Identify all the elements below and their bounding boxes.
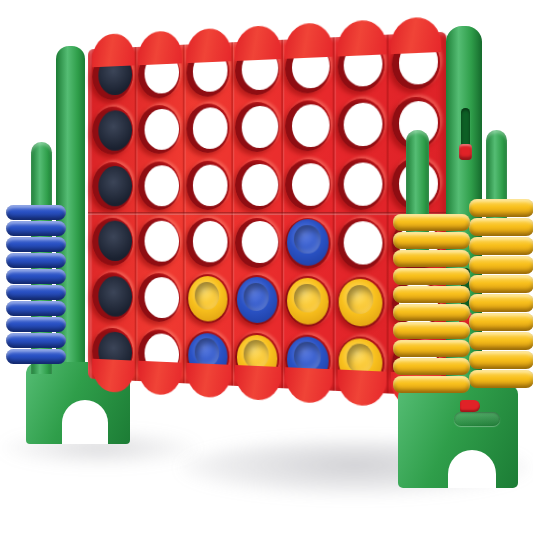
cell-r4-c6 bbox=[335, 214, 388, 274]
empty-hole bbox=[285, 159, 330, 210]
hole-opening bbox=[98, 221, 131, 262]
cell-r3-c1 bbox=[91, 158, 137, 214]
empty-hole bbox=[139, 218, 181, 267]
empty-hole bbox=[92, 162, 133, 210]
yellow-ring bbox=[393, 268, 470, 285]
hole-opening bbox=[344, 162, 382, 206]
yellow-ring bbox=[469, 275, 533, 293]
cell-r5-c3 bbox=[184, 270, 233, 328]
hole-opening bbox=[145, 277, 179, 319]
blue-disc bbox=[235, 275, 279, 326]
blue-ring bbox=[6, 317, 66, 332]
hole-opening bbox=[193, 164, 228, 206]
blue-ring bbox=[6, 205, 66, 220]
cell-r2-c5 bbox=[283, 96, 335, 156]
blue-ring bbox=[6, 333, 66, 348]
yellow-ring bbox=[469, 370, 533, 388]
left-blue-rings bbox=[6, 204, 66, 364]
hole-opening bbox=[193, 107, 228, 149]
empty-hole bbox=[92, 273, 133, 322]
yellow-ring bbox=[393, 304, 470, 321]
board-bottom-scallop bbox=[139, 361, 183, 396]
board-top-scallop bbox=[337, 19, 386, 56]
cell-r3-c6 bbox=[335, 154, 388, 214]
cell-r5-c6 bbox=[335, 273, 388, 334]
hole-opening bbox=[98, 110, 131, 151]
board-bottom-scallop bbox=[92, 359, 134, 394]
yellow-disc-face bbox=[287, 278, 329, 326]
board-top-scallop bbox=[139, 30, 183, 65]
yellow-ring bbox=[393, 358, 470, 375]
hole-opening bbox=[292, 104, 329, 148]
right-rear-yellow-rings bbox=[469, 198, 533, 388]
cell-r5-c4 bbox=[233, 271, 283, 330]
yellow-disc bbox=[337, 277, 384, 330]
blue-ring bbox=[6, 301, 66, 316]
red-latch-clip bbox=[460, 400, 480, 412]
board-bottom-scallop bbox=[235, 365, 281, 401]
disc-dome bbox=[294, 283, 320, 313]
empty-hole bbox=[92, 218, 133, 266]
cell-r4-c2 bbox=[137, 214, 184, 270]
blue-disc-face bbox=[287, 219, 329, 266]
blue-ring bbox=[6, 221, 66, 236]
empty-hole bbox=[139, 105, 181, 155]
board-top-scallop bbox=[285, 22, 333, 59]
blue-ring bbox=[6, 269, 66, 284]
blue-disc bbox=[285, 218, 330, 269]
disc-dome bbox=[294, 225, 320, 254]
yellow-disc bbox=[186, 274, 229, 324]
cell-r5-c1 bbox=[91, 269, 137, 325]
cell-r5-c5 bbox=[283, 272, 335, 332]
yellow-ring bbox=[469, 199, 533, 217]
board-top-scallop bbox=[186, 27, 231, 63]
empty-hole bbox=[235, 218, 279, 268]
cell-r3-c3 bbox=[184, 157, 233, 214]
yellow-ring bbox=[469, 256, 533, 274]
empty-hole bbox=[285, 100, 330, 152]
cell-r4-c1 bbox=[91, 214, 137, 270]
cell-r4-c5 bbox=[283, 214, 335, 273]
hole-opening bbox=[242, 105, 278, 148]
yellow-ring bbox=[393, 250, 470, 267]
yellow-ring bbox=[393, 286, 470, 303]
cell-r3-c5 bbox=[283, 155, 335, 214]
cell-r2-c4 bbox=[233, 98, 283, 157]
hole-opening bbox=[98, 165, 131, 206]
yellow-disc-face bbox=[339, 278, 382, 326]
hole-opening bbox=[344, 102, 382, 146]
blue-disc-face bbox=[237, 277, 278, 324]
board-top-scallop bbox=[391, 16, 441, 54]
empty-hole bbox=[235, 160, 279, 210]
embossed-logo bbox=[454, 412, 500, 426]
blue-ring bbox=[6, 349, 66, 364]
cell-r5-c2 bbox=[137, 270, 184, 327]
right-front-yellow-rings bbox=[393, 213, 470, 393]
empty-hole bbox=[235, 102, 279, 153]
yellow-ring bbox=[393, 322, 470, 339]
blue-ring bbox=[6, 253, 66, 268]
right-foot-arch-cutout bbox=[448, 450, 496, 488]
hole-opening bbox=[344, 222, 382, 266]
board-top-scallop bbox=[92, 33, 134, 68]
yellow-ring bbox=[393, 340, 470, 357]
disc-dome bbox=[195, 281, 219, 310]
cell-r4-c3 bbox=[184, 214, 233, 271]
empty-hole bbox=[139, 273, 181, 323]
yellow-disc bbox=[285, 276, 330, 328]
yellow-ring bbox=[393, 232, 470, 249]
cell-r2-c6 bbox=[335, 94, 388, 155]
cell-r2-c1 bbox=[91, 103, 137, 159]
product-photo-scene bbox=[0, 0, 533, 533]
yellow-ring bbox=[469, 351, 533, 369]
hole-opening bbox=[292, 163, 329, 206]
empty-hole bbox=[186, 161, 229, 211]
yellow-ring bbox=[469, 237, 533, 255]
board-bottom-scallop bbox=[337, 369, 386, 406]
blue-ring bbox=[6, 237, 66, 252]
empty-hole bbox=[139, 161, 181, 210]
left-blue-stack bbox=[6, 142, 68, 366]
left-foot-arch-cutout bbox=[62, 400, 108, 444]
right-rear-yellow-stack bbox=[469, 130, 533, 392]
empty-hole bbox=[92, 106, 133, 155]
hole-opening bbox=[242, 163, 278, 205]
yellow-ring bbox=[469, 313, 533, 331]
disc-dome bbox=[244, 282, 269, 311]
yellow-ring bbox=[393, 376, 470, 393]
yellow-ring bbox=[469, 294, 533, 312]
cell-r4-c4 bbox=[233, 214, 283, 272]
hole-opening bbox=[145, 221, 179, 262]
hole-opening bbox=[242, 221, 278, 263]
hole-opening bbox=[145, 108, 179, 150]
board-bottom-scallop bbox=[285, 367, 333, 404]
right-front-yellow-stack bbox=[393, 130, 471, 396]
hole-opening bbox=[145, 165, 179, 206]
yellow-ring bbox=[393, 214, 470, 231]
hole-opening bbox=[98, 276, 131, 317]
board-top-scallop bbox=[235, 25, 281, 61]
cell-r2-c3 bbox=[184, 99, 233, 157]
empty-hole bbox=[337, 218, 384, 270]
yellow-ring bbox=[469, 332, 533, 350]
frame-right-foot bbox=[398, 386, 518, 488]
hole-opening bbox=[193, 221, 228, 263]
disc-dome bbox=[346, 284, 373, 314]
cell-r3-c2 bbox=[137, 158, 184, 214]
yellow-ring bbox=[469, 218, 533, 236]
yellow-disc-face bbox=[188, 276, 228, 322]
empty-hole bbox=[337, 98, 384, 151]
cell-r2-c2 bbox=[137, 101, 184, 158]
empty-hole bbox=[337, 158, 384, 210]
cell-r3-c4 bbox=[233, 156, 283, 214]
blue-ring bbox=[6, 285, 66, 300]
empty-hole bbox=[186, 103, 229, 153]
empty-hole bbox=[186, 218, 229, 268]
board-bottom-scallop bbox=[186, 363, 231, 399]
